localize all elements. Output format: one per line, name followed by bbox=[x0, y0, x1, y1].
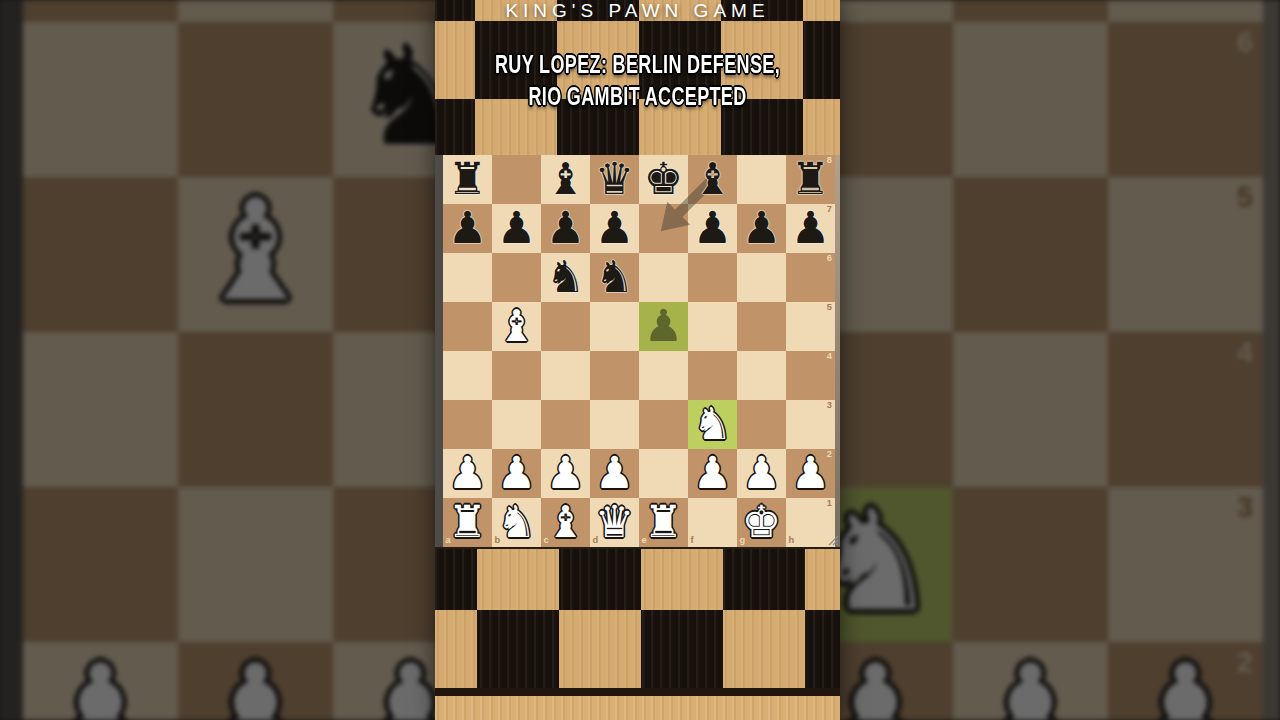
black-pawn-c7[interactable]: ♟ bbox=[541, 203, 590, 252]
black-pawn-h7: ♟ bbox=[1108, 0, 1263, 19]
square-b3 bbox=[178, 487, 333, 642]
black-pawn-f7[interactable]: ♟ bbox=[688, 203, 737, 252]
square-g3 bbox=[953, 487, 1108, 642]
file-label-h: h bbox=[788, 536, 794, 545]
square-g5 bbox=[953, 177, 1108, 332]
black-pawn-a7[interactable]: ♟ bbox=[443, 203, 492, 252]
rank-label-1: 1 bbox=[827, 499, 832, 508]
square-d5[interactable] bbox=[590, 302, 639, 351]
video-strip: KING'S PAWN GAME RUY LOPEZ: BERLIN DEFEN… bbox=[435, 0, 840, 720]
white-pawn-c2[interactable]: ♟ bbox=[541, 448, 590, 497]
black-king-e8[interactable]: ♚ bbox=[639, 155, 688, 203]
black-pawn-d7[interactable]: ♟ bbox=[590, 203, 639, 252]
square-d4[interactable] bbox=[590, 351, 639, 400]
square-b6 bbox=[178, 22, 333, 177]
rank-label-4: 4 bbox=[1237, 337, 1253, 366]
resize-handle-icon[interactable] bbox=[826, 533, 839, 546]
file-label-f: f bbox=[690, 536, 693, 545]
white-pawn-d2[interactable]: ♟ bbox=[590, 448, 639, 497]
square-b3[interactable] bbox=[492, 400, 541, 449]
background-board-margin bbox=[1263, 0, 1280, 720]
opening-family-title: KING'S PAWN GAME bbox=[435, 0, 840, 22]
square-e2[interactable] bbox=[639, 449, 688, 498]
black-bishop-c8[interactable]: ♝ bbox=[541, 155, 590, 203]
white-pawn-g2: ♟ bbox=[953, 639, 1108, 720]
square-e6[interactable] bbox=[639, 253, 688, 302]
file-label-e: e bbox=[641, 536, 646, 545]
rank-label-3: 3 bbox=[1237, 492, 1253, 521]
white-bishop-b5[interactable]: ♝ bbox=[492, 301, 541, 350]
square-c5[interactable] bbox=[541, 302, 590, 351]
black-queen-d8[interactable]: ♛ bbox=[590, 155, 639, 203]
board-panel: ♜♝♛♚♝♜♟♟♟♟♟♟♟♞♞♝♟♞♟♟♟♟♟♟♟♜♞♝♛♜♚87654321a… bbox=[435, 155, 840, 549]
white-bishop-b5: ♝ bbox=[178, 174, 333, 329]
board-right-margin bbox=[835, 155, 840, 547]
black-knight-d6[interactable]: ♞ bbox=[590, 252, 639, 301]
square-g3[interactable] bbox=[737, 400, 786, 449]
square-f6[interactable] bbox=[688, 253, 737, 302]
square-a6 bbox=[23, 22, 178, 177]
white-pawn-g2[interactable]: ♟ bbox=[737, 448, 786, 497]
file-label-c: c bbox=[543, 536, 548, 545]
square-a4[interactable] bbox=[443, 351, 492, 400]
opening-name-line2: RIO GAMBIT ACCEPTED bbox=[492, 82, 784, 111]
black-pawn-e5[interactable]: ♟ bbox=[639, 301, 688, 350]
white-pawn-a2: ♟ bbox=[23, 639, 178, 720]
square-e3[interactable] bbox=[639, 400, 688, 449]
file-label-a: a bbox=[445, 536, 450, 545]
black-pawn-b7[interactable]: ♟ bbox=[492, 203, 541, 252]
file-label-g: g bbox=[739, 536, 745, 545]
square-a4 bbox=[23, 332, 178, 487]
black-pawn-b7: ♟ bbox=[178, 0, 333, 19]
rank-label-8: 8 bbox=[827, 156, 832, 165]
wooden-board-border bbox=[435, 696, 840, 720]
square-a3[interactable] bbox=[443, 400, 492, 449]
rank-label-6: 6 bbox=[827, 254, 832, 263]
square-f5[interactable] bbox=[688, 302, 737, 351]
rank-label-7: 7 bbox=[827, 205, 832, 214]
square-g4[interactable] bbox=[737, 351, 786, 400]
rank-label-5: 5 bbox=[827, 303, 832, 312]
square-g8[interactable] bbox=[737, 155, 786, 204]
wooden-squares bbox=[435, 549, 840, 688]
black-rook-a8[interactable]: ♜ bbox=[443, 155, 492, 203]
square-a5 bbox=[23, 177, 178, 332]
square-c4[interactable] bbox=[541, 351, 590, 400]
board-left-margin bbox=[435, 155, 443, 547]
square-b4 bbox=[178, 332, 333, 487]
square-g6[interactable] bbox=[737, 253, 786, 302]
black-bishop-f8[interactable]: ♝ bbox=[688, 155, 737, 203]
file-label-d: d bbox=[592, 536, 598, 545]
square-e7[interactable] bbox=[639, 204, 688, 253]
black-pawn-a7: ♟ bbox=[23, 0, 178, 19]
square-b8[interactable] bbox=[492, 155, 541, 204]
square-b6[interactable] bbox=[492, 253, 541, 302]
rank-label-5: 5 bbox=[1237, 182, 1253, 211]
square-g4 bbox=[953, 332, 1108, 487]
black-pawn-g7[interactable]: ♟ bbox=[737, 203, 786, 252]
black-knight-c6[interactable]: ♞ bbox=[541, 252, 590, 301]
white-pawn-f2[interactable]: ♟ bbox=[688, 448, 737, 497]
square-f1[interactable] bbox=[688, 498, 737, 547]
white-pawn-b2[interactable]: ♟ bbox=[492, 448, 541, 497]
wooden-board-photo-top: KING'S PAWN GAME RUY LOPEZ: BERLIN DEFEN… bbox=[435, 0, 840, 155]
square-f4[interactable] bbox=[688, 351, 737, 400]
white-pawn-b2: ♟ bbox=[178, 639, 333, 720]
rank-label-3: 3 bbox=[827, 401, 832, 410]
rank-label-6: 6 bbox=[1237, 27, 1253, 56]
square-b4[interactable] bbox=[492, 351, 541, 400]
rank-label-4: 4 bbox=[827, 352, 832, 361]
square-a6[interactable] bbox=[443, 253, 492, 302]
rank-label-2: 2 bbox=[1237, 647, 1253, 676]
opening-name-line1: RUY LOPEZ: BERLIN DEFENSE, bbox=[492, 50, 784, 79]
wooden-board-seam bbox=[435, 688, 840, 696]
square-g5[interactable] bbox=[737, 302, 786, 351]
square-d3[interactable] bbox=[590, 400, 639, 449]
white-pawn-a2[interactable]: ♟ bbox=[443, 448, 492, 497]
rank-label-2: 2 bbox=[827, 450, 832, 459]
file-label-b: b bbox=[494, 536, 500, 545]
square-e4[interactable] bbox=[639, 351, 688, 400]
wooden-board-photo-bottom bbox=[435, 549, 840, 720]
square-a3 bbox=[23, 487, 178, 642]
square-c3[interactable] bbox=[541, 400, 590, 449]
chess-board: ♜♝♛♚♝♜♟♟♟♟♟♟♟♞♞♝♟♞♟♟♟♟♟♟♟♜♞♝♛♜♚87654321a… bbox=[443, 155, 835, 547]
white-knight-f3[interactable]: ♞ bbox=[688, 399, 737, 448]
square-g6 bbox=[953, 22, 1108, 177]
black-pawn-g7: ♟ bbox=[953, 0, 1108, 19]
square-a5[interactable] bbox=[443, 302, 492, 351]
video-frame: ♜♝♛♚♝♜♟♟♟♟♟♟♟♞♞♝♟♞♟♟♟♟♟♟♟♜♞♝♛♜♚87654321a… bbox=[0, 0, 1280, 720]
